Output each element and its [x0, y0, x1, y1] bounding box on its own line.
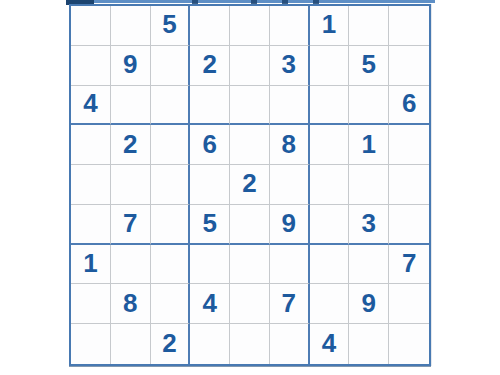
- sudoku-cell-r8c4[interactable]: 4: [190, 284, 230, 324]
- sudoku-cell-r3c7[interactable]: [310, 86, 350, 126]
- sudoku-cell-r6c5[interactable]: [230, 205, 270, 245]
- sudoku-cell-r3c8[interactable]: [349, 86, 389, 126]
- sudoku-cell-r1c1[interactable]: [71, 6, 111, 46]
- sudoku-cell-r8c6[interactable]: 7: [270, 284, 310, 324]
- sudoku-cell-r4c9[interactable]: [389, 125, 429, 165]
- sudoku-cell-r5c3[interactable]: [151, 165, 191, 205]
- sudoku-cell-r7c2[interactable]: [111, 245, 151, 285]
- sudoku-cell-r2c3[interactable]: [151, 46, 191, 86]
- cell-digit: 9: [282, 210, 296, 236]
- sudoku-cell-r7c6[interactable]: [270, 245, 310, 285]
- sudoku-cell-r9c7[interactable]: 4: [310, 324, 350, 364]
- cell-digit: 8: [282, 131, 296, 157]
- sudoku-cell-r3c1[interactable]: 4: [71, 86, 111, 126]
- cell-digit: 6: [202, 131, 216, 157]
- sudoku-cell-r5c8[interactable]: [349, 165, 389, 205]
- sudoku-cell-r9c9[interactable]: [389, 324, 429, 364]
- sudoku-cell-r9c8[interactable]: [349, 324, 389, 364]
- sudoku-cell-r6c8[interactable]: 3: [349, 205, 389, 245]
- sudoku-cell-r2c4[interactable]: 2: [190, 46, 230, 86]
- cell-digit: 2: [162, 330, 176, 356]
- sudoku-cell-r5c9[interactable]: [389, 165, 429, 205]
- sudoku-cell-r8c9[interactable]: [389, 284, 429, 324]
- sudoku-cell-r3c4[interactable]: [190, 86, 230, 126]
- sudoku-cell-r7c8[interactable]: [349, 245, 389, 285]
- cell-digit: 3: [282, 51, 296, 77]
- sudoku-cell-r4c8[interactable]: 1: [349, 125, 389, 165]
- sudoku-cell-r1c3[interactable]: 5: [151, 6, 191, 46]
- sudoku-cell-r4c4[interactable]: 6: [190, 125, 230, 165]
- sudoku-cell-r7c3[interactable]: [151, 245, 191, 285]
- sudoku-board: 5192354626812759317847924: [69, 4, 431, 366]
- sudoku-cell-r2c2[interactable]: 9: [111, 46, 151, 86]
- sudoku-cell-r2c6[interactable]: 3: [270, 46, 310, 86]
- cell-digit: 1: [83, 250, 97, 276]
- sudoku-cell-r8c5[interactable]: [230, 284, 270, 324]
- sudoku-cell-r8c7[interactable]: [310, 284, 350, 324]
- cell-digit: 2: [242, 170, 256, 196]
- sudoku-cell-r7c7[interactable]: [310, 245, 350, 285]
- sudoku-cell-r2c1[interactable]: [71, 46, 111, 86]
- sudoku-cell-r3c2[interactable]: [111, 86, 151, 126]
- sudoku-cell-r6c3[interactable]: [151, 205, 191, 245]
- sudoku-cell-r5c5[interactable]: 2: [230, 165, 270, 205]
- sudoku-cell-r2c8[interactable]: 5: [349, 46, 389, 86]
- sudoku-cell-r1c8[interactable]: [349, 6, 389, 46]
- cell-digit: 5: [202, 210, 216, 236]
- cell-digit: 4: [202, 290, 216, 316]
- sudoku-cell-r3c3[interactable]: [151, 86, 191, 126]
- sudoku-cell-r6c1[interactable]: [71, 205, 111, 245]
- cell-digit: 9: [123, 51, 137, 77]
- sudoku-cell-r9c2[interactable]: [111, 324, 151, 364]
- cell-digit: 9: [362, 290, 376, 316]
- cell-digit: 2: [123, 131, 137, 157]
- cell-digit: 1: [362, 131, 376, 157]
- cell-digit: 3: [362, 210, 376, 236]
- sudoku-cell-r4c1[interactable]: [71, 125, 111, 165]
- sudoku-cell-r4c5[interactable]: [230, 125, 270, 165]
- sudoku-cell-r7c9[interactable]: 7: [389, 245, 429, 285]
- sudoku-cell-r2c7[interactable]: [310, 46, 350, 86]
- sudoku-cell-r6c7[interactable]: [310, 205, 350, 245]
- cell-digit: 8: [123, 290, 137, 316]
- sudoku-cell-r4c6[interactable]: 8: [270, 125, 310, 165]
- cell-digit: 4: [83, 90, 97, 116]
- sudoku-cell-r6c6[interactable]: 9: [270, 205, 310, 245]
- sudoku-cell-r1c5[interactable]: [230, 6, 270, 46]
- sudoku-cell-r3c6[interactable]: [270, 86, 310, 126]
- sudoku-cell-r3c9[interactable]: 6: [389, 86, 429, 126]
- sudoku-cell-r1c4[interactable]: [190, 6, 230, 46]
- sudoku-cell-r8c8[interactable]: 9: [349, 284, 389, 324]
- sudoku-cell-r7c1[interactable]: 1: [71, 245, 111, 285]
- sudoku-cell-r2c5[interactable]: [230, 46, 270, 86]
- sudoku-cell-r1c7[interactable]: 1: [310, 6, 350, 46]
- sudoku-cell-r7c4[interactable]: [190, 245, 230, 285]
- sudoku-cell-r5c1[interactable]: [71, 165, 111, 205]
- sudoku-cell-r1c6[interactable]: [270, 6, 310, 46]
- cell-digit: 6: [402, 90, 416, 116]
- sudoku-cell-r8c3[interactable]: [151, 284, 191, 324]
- sudoku-cell-r1c2[interactable]: [111, 6, 151, 46]
- sudoku-cell-r9c5[interactable]: [230, 324, 270, 364]
- sudoku-cell-r9c6[interactable]: [270, 324, 310, 364]
- sudoku-cell-r6c9[interactable]: [389, 205, 429, 245]
- cell-digit: 1: [322, 11, 336, 37]
- sudoku-cell-r9c3[interactable]: 2: [151, 324, 191, 364]
- cell-digit: 5: [362, 51, 376, 77]
- sudoku-cell-r4c7[interactable]: [310, 125, 350, 165]
- sudoku-cell-r6c2[interactable]: 7: [111, 205, 151, 245]
- sudoku-cell-r4c2[interactable]: 2: [111, 125, 151, 165]
- cell-digit: 5: [162, 11, 176, 37]
- sudoku-cell-r5c7[interactable]: [310, 165, 350, 205]
- sudoku-cell-r5c4[interactable]: [190, 165, 230, 205]
- sudoku-cell-r9c4[interactable]: [190, 324, 230, 364]
- sudoku-cell-r8c2[interactable]: 8: [111, 284, 151, 324]
- sudoku-cell-r5c2[interactable]: [111, 165, 151, 205]
- cell-digit: 7: [402, 250, 416, 276]
- sudoku-cell-r3c5[interactable]: [230, 86, 270, 126]
- sudoku-cell-r9c1[interactable]: [71, 324, 111, 364]
- cell-digit: 2: [202, 51, 216, 77]
- sudoku-cell-r6c4[interactable]: 5: [190, 205, 230, 245]
- sudoku-cell-r8c1[interactable]: [71, 284, 111, 324]
- sudoku-cell-r7c5[interactable]: [230, 245, 270, 285]
- sudoku-cell-r1c9[interactable]: [389, 6, 429, 46]
- sudoku-cell-r2c9[interactable]: [389, 46, 429, 86]
- sudoku-cell-r5c6[interactable]: [270, 165, 310, 205]
- cell-digit: 7: [282, 290, 296, 316]
- cell-digit: 4: [322, 330, 336, 356]
- screen: 5192354626812759317847924: [0, 0, 500, 375]
- cell-digit: 7: [123, 210, 137, 236]
- sudoku-cell-r4c3[interactable]: [151, 125, 191, 165]
